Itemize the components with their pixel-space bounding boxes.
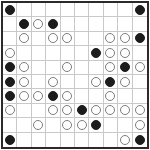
cell-r4c3[interactable] [46, 61, 60, 75]
white-pearl-icon [33, 120, 43, 130]
white-pearl-icon [5, 48, 15, 58]
cell-r5c0[interactable] [3, 75, 17, 89]
cell-r1c3[interactable] [46, 17, 60, 31]
white-pearl-icon [77, 120, 87, 130]
cell-r2c0[interactable] [3, 32, 17, 46]
white-pearl-icon [19, 33, 29, 43]
black-pearl-icon [19, 19, 29, 29]
cell-r3c8[interactable] [118, 46, 132, 60]
cell-r8c1[interactable] [17, 118, 31, 132]
cell-r1c1[interactable] [17, 17, 31, 31]
cell-r2c3[interactable] [46, 32, 60, 46]
white-pearl-icon [120, 48, 130, 58]
cell-r0c4[interactable] [61, 3, 75, 17]
black-pearl-icon [5, 5, 15, 15]
black-pearl-icon [135, 135, 145, 145]
masyu-grid [3, 3, 147, 147]
cell-r5c7[interactable] [104, 75, 118, 89]
cell-r3c4[interactable] [61, 46, 75, 60]
cell-r6c3[interactable] [46, 89, 60, 103]
cell-r6c4[interactable] [61, 89, 75, 103]
cell-r4c1[interactable] [17, 61, 31, 75]
white-pearl-icon [62, 33, 72, 43]
cell-r5c3[interactable] [46, 75, 60, 89]
cell-r9c8[interactable] [118, 133, 132, 147]
white-pearl-icon [62, 120, 72, 130]
cell-r7c6[interactable] [89, 104, 103, 118]
white-pearl-icon [48, 105, 58, 115]
white-pearl-icon [135, 62, 145, 72]
cell-r9c5[interactable] [75, 133, 89, 147]
cell-r5c6[interactable] [89, 75, 103, 89]
white-pearl-icon [62, 91, 72, 101]
cell-r0c1[interactable] [17, 3, 31, 17]
white-pearl-icon [135, 120, 145, 130]
white-pearl-icon [62, 105, 72, 115]
cell-r7c9[interactable] [133, 104, 147, 118]
cell-r4c8[interactable] [118, 61, 132, 75]
white-pearl-icon [105, 105, 115, 115]
black-pearl-icon [120, 62, 130, 72]
cell-r3c3[interactable] [46, 46, 60, 60]
cell-r1c9[interactable] [133, 17, 147, 31]
cell-r7c8[interactable] [118, 104, 132, 118]
cell-r0c3[interactable] [46, 3, 60, 17]
cell-r4c9[interactable] [133, 61, 147, 75]
cell-r8c4[interactable] [61, 118, 75, 132]
cell-r2c5[interactable] [75, 32, 89, 46]
cell-r2c9[interactable] [133, 32, 147, 46]
cell-r9c6[interactable] [89, 133, 103, 147]
cell-r0c8[interactable] [118, 3, 132, 17]
cell-r0c7[interactable] [104, 3, 118, 17]
cell-r8c6[interactable] [89, 118, 103, 132]
cell-r5c2[interactable] [32, 75, 46, 89]
black-pearl-icon [91, 120, 101, 130]
cell-r9c7[interactable] [104, 133, 118, 147]
white-pearl-icon [62, 62, 72, 72]
cell-r8c9[interactable] [133, 118, 147, 132]
cell-r0c0[interactable] [3, 3, 17, 17]
cell-r7c7[interactable] [104, 104, 118, 118]
cell-r1c5[interactable] [75, 17, 89, 31]
white-pearl-icon [105, 48, 115, 58]
white-pearl-icon [120, 105, 130, 115]
cell-r5c8[interactable] [118, 75, 132, 89]
cell-r7c3[interactable] [46, 104, 60, 118]
white-pearl-icon [5, 105, 15, 115]
black-pearl-icon [91, 48, 101, 58]
white-pearl-icon [105, 91, 115, 101]
cell-r9c2[interactable] [32, 133, 46, 147]
cell-r5c1[interactable] [17, 75, 31, 89]
cell-r2c4[interactable] [61, 32, 75, 46]
masyu-board [1, 1, 149, 149]
cell-r8c5[interactable] [75, 118, 89, 132]
white-pearl-icon [19, 77, 29, 87]
cell-r5c4[interactable] [61, 75, 75, 89]
black-pearl-icon [5, 62, 15, 72]
cell-r2c1[interactable] [17, 32, 31, 46]
white-pearl-icon [48, 77, 58, 87]
cell-r6c9[interactable] [133, 89, 147, 103]
cell-r4c0[interactable] [3, 61, 17, 75]
cell-r6c5[interactable] [75, 89, 89, 103]
cell-r7c0[interactable] [3, 104, 17, 118]
cell-r1c8[interactable] [118, 17, 132, 31]
cell-r6c8[interactable] [118, 89, 132, 103]
white-pearl-icon [105, 33, 115, 43]
white-pearl-icon [33, 91, 43, 101]
cell-r7c5[interactable] [75, 104, 89, 118]
cell-r8c7[interactable] [104, 118, 118, 132]
cell-r3c1[interactable] [17, 46, 31, 60]
cell-r0c9[interactable] [133, 3, 147, 17]
cell-r1c6[interactable] [89, 17, 103, 31]
cell-r2c6[interactable] [89, 32, 103, 46]
cell-r3c7[interactable] [104, 46, 118, 60]
white-pearl-icon [120, 135, 130, 145]
white-pearl-icon [105, 62, 115, 72]
white-pearl-icon [91, 105, 101, 115]
white-pearl-icon [120, 33, 130, 43]
cell-r1c4[interactable] [61, 17, 75, 31]
cell-r9c1[interactable] [17, 133, 31, 147]
cell-r3c6[interactable] [89, 46, 103, 60]
white-pearl-icon [120, 77, 130, 87]
black-pearl-icon [5, 77, 15, 87]
black-pearl-icon [77, 105, 87, 115]
cell-r9c0[interactable] [3, 133, 17, 147]
cell-r5c9[interactable] [133, 75, 147, 89]
cell-r6c1[interactable] [17, 89, 31, 103]
cell-r0c2[interactable] [32, 3, 46, 17]
cell-r4c2[interactable] [32, 61, 46, 75]
black-pearl-icon [5, 91, 15, 101]
black-pearl-icon [135, 5, 145, 15]
cell-r2c2[interactable] [32, 32, 46, 46]
cell-r8c2[interactable] [32, 118, 46, 132]
cell-r0c6[interactable] [89, 3, 103, 17]
cell-r7c4[interactable] [61, 104, 75, 118]
cell-r8c3[interactable] [46, 118, 60, 132]
cell-r1c0[interactable] [3, 17, 17, 31]
cell-r6c6[interactable] [89, 89, 103, 103]
cell-r2c8[interactable] [118, 32, 132, 46]
cell-r4c6[interactable] [89, 61, 103, 75]
cell-r7c2[interactable] [32, 104, 46, 118]
cell-r3c5[interactable] [75, 46, 89, 60]
white-pearl-icon [33, 19, 43, 29]
black-pearl-icon [135, 33, 145, 43]
white-pearl-icon [135, 105, 145, 115]
cell-r4c4[interactable] [61, 61, 75, 75]
white-pearl-icon [91, 77, 101, 87]
cell-r8c8[interactable] [118, 118, 132, 132]
cell-r0c5[interactable] [75, 3, 89, 17]
cell-r6c0[interactable] [3, 89, 17, 103]
cell-r4c7[interactable] [104, 61, 118, 75]
cell-r3c0[interactable] [3, 46, 17, 60]
cell-r9c9[interactable] [133, 133, 147, 147]
cell-r3c2[interactable] [32, 46, 46, 60]
cell-r1c7[interactable] [104, 17, 118, 31]
black-pearl-icon [105, 77, 115, 87]
cell-r3c9[interactable] [133, 46, 147, 60]
cell-r2c7[interactable] [104, 32, 118, 46]
cell-r8c0[interactable] [3, 118, 17, 132]
white-pearl-icon [19, 91, 29, 101]
cell-r9c3[interactable] [46, 133, 60, 147]
black-pearl-icon [48, 91, 58, 101]
black-pearl-icon [5, 135, 15, 145]
cell-r7c1[interactable] [17, 104, 31, 118]
cell-r9c4[interactable] [61, 133, 75, 147]
cell-r6c2[interactable] [32, 89, 46, 103]
cell-r5c5[interactable] [75, 75, 89, 89]
cell-r1c2[interactable] [32, 17, 46, 31]
cell-r4c5[interactable] [75, 61, 89, 75]
black-pearl-icon [48, 19, 58, 29]
white-pearl-icon [19, 62, 29, 72]
cell-r6c7[interactable] [104, 89, 118, 103]
white-pearl-icon [48, 33, 58, 43]
